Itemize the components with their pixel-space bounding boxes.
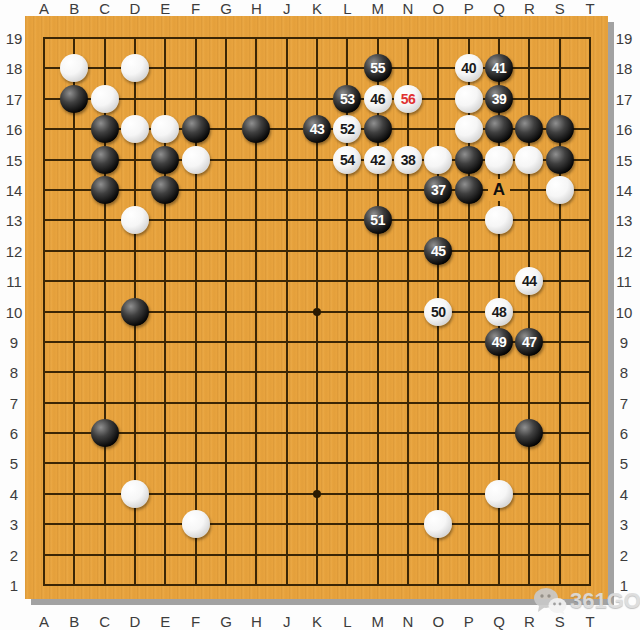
stone-white-O15 — [424, 146, 452, 174]
move-54-stone-white-L15: 54 — [333, 146, 361, 174]
grid-line-horizontal — [43, 371, 591, 373]
coord-label-top-F: F — [191, 0, 200, 17]
coord-label-left-1: 1 — [10, 577, 18, 594]
coord-label-bottom-E: E — [160, 613, 170, 630]
stone-white-D18 — [121, 54, 149, 82]
coord-label-top-Q: Q — [493, 0, 505, 17]
coord-label-bottom-O: O — [432, 613, 444, 630]
coord-label-left-3: 3 — [10, 516, 18, 533]
move-52-stone-white-L16: 52 — [333, 115, 361, 143]
coord-label-right-16: 16 — [616, 121, 633, 138]
stone-black-R6 — [515, 419, 543, 447]
stone-white-Q13 — [485, 206, 513, 234]
coord-label-right-11: 11 — [616, 273, 632, 290]
coord-label-top-B: B — [69, 0, 79, 17]
grid-line-horizontal — [43, 432, 591, 434]
move-38-stone-white-N15: 38 — [394, 146, 422, 174]
stone-black-D10 — [121, 298, 149, 326]
move-39-stone-black-Q17: 39 — [485, 85, 513, 113]
stone-black-C16 — [91, 115, 119, 143]
coord-label-right-3: 3 — [620, 516, 628, 533]
grid-line-vertical — [589, 37, 591, 586]
move-43-stone-black-K16: 43 — [303, 115, 331, 143]
move-50-stone-white-O10: 50 — [424, 298, 452, 326]
coord-label-left-12: 12 — [6, 242, 23, 259]
coord-label-top-H: H — [251, 0, 262, 17]
move-42-stone-white-M15: 42 — [364, 146, 392, 174]
move-47-stone-black-R9: 47 — [515, 328, 543, 356]
coord-label-right-1: 1 — [620, 577, 628, 594]
coord-label-left-5: 5 — [10, 455, 18, 472]
grid-line-vertical — [407, 37, 409, 586]
stone-black-H16 — [242, 115, 270, 143]
coord-label-top-L: L — [343, 0, 351, 17]
coord-label-left-16: 16 — [6, 121, 23, 138]
coord-label-bottom-A: A — [39, 613, 49, 630]
coord-label-bottom-P: P — [464, 613, 474, 630]
coord-label-bottom-F: F — [191, 613, 200, 630]
coord-label-top-N: N — [403, 0, 414, 17]
coord-label-right-8: 8 — [620, 364, 628, 381]
move-51-stone-black-M13: 51 — [364, 206, 392, 234]
stone-black-E14 — [151, 176, 179, 204]
coord-label-top-K: K — [312, 0, 322, 17]
coord-label-bottom-Q: Q — [493, 613, 505, 630]
coord-label-bottom-B: B — [69, 613, 79, 630]
coord-label-left-15: 15 — [6, 151, 23, 168]
coord-label-right-12: 12 — [616, 242, 633, 259]
coord-label-right-15: 15 — [616, 151, 633, 168]
move-44-stone-white-R11: 44 — [515, 267, 543, 295]
coord-label-left-18: 18 — [6, 60, 23, 77]
coord-label-bottom-L: L — [343, 613, 351, 630]
stone-white-O3 — [424, 510, 452, 538]
coord-label-left-19: 19 — [6, 30, 23, 47]
coord-label-left-10: 10 — [6, 303, 23, 320]
grid-line-horizontal — [43, 523, 591, 525]
coord-label-right-10: 10 — [616, 303, 633, 320]
coord-label-bottom-R: R — [524, 613, 535, 630]
coord-label-right-6: 6 — [620, 425, 628, 442]
coord-label-left-11: 11 — [6, 273, 22, 290]
coord-label-left-13: 13 — [6, 212, 23, 229]
coord-label-top-C: C — [99, 0, 110, 17]
move-55-stone-black-M18: 55 — [364, 54, 392, 82]
coord-label-bottom-N: N — [403, 613, 414, 630]
stone-black-Q16 — [485, 115, 513, 143]
coord-label-right-2: 2 — [620, 546, 628, 563]
coord-label-top-D: D — [130, 0, 141, 17]
grid-line-horizontal — [43, 402, 591, 404]
coord-label-right-4: 4 — [620, 485, 628, 502]
coord-label-top-E: E — [160, 0, 170, 17]
coord-label-left-17: 17 — [6, 90, 23, 107]
coord-label-right-19: 19 — [616, 30, 633, 47]
stone-black-M16 — [364, 115, 392, 143]
stone-white-P16 — [455, 115, 483, 143]
move-46-stone-white-M17: 46 — [364, 85, 392, 113]
stone-white-E16 — [151, 115, 179, 143]
go-board: 3738394041424344454647484950515253545556… — [25, 16, 608, 599]
stone-white-F3 — [182, 510, 210, 538]
move-40-stone-white-P18: 40 — [455, 54, 483, 82]
stone-black-P14 — [455, 176, 483, 204]
stone-black-P15 — [455, 146, 483, 174]
stone-white-F15 — [182, 146, 210, 174]
coord-label-right-18: 18 — [616, 60, 633, 77]
coord-label-left-4: 4 — [10, 485, 18, 502]
stone-white-P17 — [455, 85, 483, 113]
stone-white-B18 — [60, 54, 88, 82]
stone-black-S16 — [546, 115, 574, 143]
coord-label-right-9: 9 — [620, 333, 628, 350]
stone-white-D4 — [121, 480, 149, 508]
move-37-stone-black-O14: 37 — [424, 176, 452, 204]
coord-label-left-7: 7 — [10, 394, 18, 411]
coord-label-top-S: S — [555, 0, 565, 17]
coord-label-left-2: 2 — [10, 546, 18, 563]
coord-label-top-P: P — [464, 0, 474, 17]
coord-label-left-8: 8 — [10, 364, 18, 381]
stone-black-C6 — [91, 419, 119, 447]
move-56-stone-white-N17: 56 — [394, 85, 422, 113]
coord-label-bottom-T: T — [585, 613, 594, 630]
coord-label-right-17: 17 — [616, 90, 633, 107]
coord-label-top-J: J — [283, 0, 291, 17]
coord-label-left-9: 9 — [10, 333, 18, 350]
star-point-K4 — [313, 490, 321, 498]
move-45-stone-black-O12: 45 — [424, 237, 452, 265]
stone-black-F16 — [182, 115, 210, 143]
grid-line-horizontal — [43, 554, 591, 556]
coord-label-bottom-H: H — [251, 613, 262, 630]
coord-label-top-O: O — [432, 0, 444, 17]
coord-label-right-14: 14 — [616, 181, 633, 198]
stone-black-S15 — [546, 146, 574, 174]
stone-black-C15 — [91, 146, 119, 174]
grid-line-horizontal — [43, 462, 591, 464]
move-41-stone-black-Q18: 41 — [485, 54, 513, 82]
star-point-K10 — [313, 308, 321, 316]
coord-label-bottom-C: C — [99, 613, 110, 630]
coord-label-right-7: 7 — [620, 394, 628, 411]
coord-label-bottom-K: K — [312, 613, 322, 630]
coord-label-right-5: 5 — [620, 455, 628, 472]
move-48-stone-white-Q10: 48 — [485, 298, 513, 326]
coord-label-top-R: R — [524, 0, 535, 17]
coord-label-top-G: G — [220, 0, 232, 17]
coord-label-bottom-S: S — [555, 613, 565, 630]
move-49-stone-black-Q9: 49 — [485, 328, 513, 356]
grid-line-horizontal — [43, 584, 591, 586]
stone-white-C17 — [91, 85, 119, 113]
coord-label-bottom-D: D — [130, 613, 141, 630]
marker-A-Q14: A — [488, 179, 510, 201]
coord-label-top-M: M — [371, 0, 384, 17]
move-53-stone-black-L17: 53 — [333, 85, 361, 113]
stone-white-Q15 — [485, 146, 513, 174]
coord-label-right-13: 13 — [616, 212, 633, 229]
coord-label-bottom-G: G — [220, 613, 232, 630]
stone-black-B17 — [60, 85, 88, 113]
coord-label-bottom-M: M — [371, 613, 384, 630]
coord-label-left-14: 14 — [6, 181, 23, 198]
coord-label-top-A: A — [39, 0, 49, 17]
stone-white-D13 — [121, 206, 149, 234]
stone-white-R15 — [515, 146, 543, 174]
stone-black-R16 — [515, 115, 543, 143]
go-board-diagram: 3738394041424344454647484950515253545556… — [0, 0, 640, 630]
stone-black-C14 — [91, 176, 119, 204]
coord-label-bottom-J: J — [283, 613, 291, 630]
stone-white-Q4 — [485, 480, 513, 508]
stone-white-D16 — [121, 115, 149, 143]
coord-label-top-T: T — [585, 0, 594, 17]
stone-white-S14 — [546, 176, 574, 204]
coord-label-left-6: 6 — [10, 425, 18, 442]
stone-black-E15 — [151, 146, 179, 174]
